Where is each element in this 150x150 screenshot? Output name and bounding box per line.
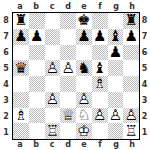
- black-piece-glyph: ♛: [14, 61, 27, 76]
- white-piece-outline: ♙: [46, 61, 59, 76]
- square-c8[interactable]: [45, 13, 61, 29]
- square-f8[interactable]: [92, 13, 108, 29]
- white-piece-outline: ♗: [93, 76, 106, 91]
- rank-label: 5: [139, 60, 150, 76]
- black-piece-glyph: ♞: [77, 61, 90, 76]
- square-g5[interactable]: [108, 60, 124, 76]
- rank-label: 7: [0, 28, 12, 44]
- square-e1[interactable]: ♚♔: [76, 123, 92, 139]
- square-c1[interactable]: ♜♖: [45, 123, 61, 139]
- rank-label: 8: [139, 12, 150, 28]
- white-piece-outline: ♖: [124, 124, 137, 139]
- piece-white-queen: ♛♕: [60, 108, 76, 124]
- square-c2[interactable]: [45, 108, 61, 124]
- rank-label: 3: [0, 92, 12, 108]
- square-d7[interactable]: [60, 29, 76, 45]
- rank-label: 6: [139, 44, 150, 60]
- white-piece-outline: ♙: [46, 92, 59, 107]
- file-label: b: [28, 139, 44, 150]
- square-b5[interactable]: [29, 60, 45, 76]
- rank-labels-right: 87654321: [139, 12, 150, 140]
- file-label: a: [12, 0, 28, 12]
- square-b7[interactable]: ♟: [29, 29, 45, 45]
- piece-black-knight: ♞: [76, 60, 92, 76]
- piece-white-knight: ♞♘: [76, 108, 92, 124]
- square-a8[interactable]: ♜: [13, 13, 29, 29]
- square-d1[interactable]: [60, 123, 76, 139]
- square-f7[interactable]: ♟: [92, 29, 108, 45]
- white-piece-outline: ♗: [14, 108, 27, 123]
- piece-white-bishop: ♝♗: [92, 76, 108, 92]
- rank-label: 1: [139, 124, 150, 140]
- square-h2[interactable]: ♟♙: [123, 108, 139, 124]
- rank-label: 3: [139, 92, 150, 108]
- file-label: d: [60, 0, 76, 12]
- square-d8[interactable]: [60, 13, 76, 29]
- black-piece-glyph: ♟: [14, 29, 27, 44]
- white-piece-outline: ♘: [77, 108, 90, 123]
- square-h8[interactable]: ♜: [123, 13, 139, 29]
- black-piece-glyph: ♟: [124, 29, 137, 44]
- file-label: c: [44, 139, 60, 150]
- square-g6[interactable]: ♟: [108, 45, 124, 61]
- piece-white-pawn: ♟♙: [45, 92, 61, 108]
- square-f4[interactable]: ♝♗: [92, 76, 108, 92]
- square-g2[interactable]: ♟♙: [108, 108, 124, 124]
- square-e8[interactable]: ♚: [76, 13, 92, 29]
- piece-white-bishop: ♝♗: [13, 108, 29, 124]
- white-piece-outline: ♕: [61, 108, 74, 123]
- square-f2[interactable]: ♟♙: [92, 108, 108, 124]
- piece-white-pawn: ♟♙: [60, 60, 76, 76]
- piece-white-rook: ♜♖: [45, 123, 61, 139]
- file-label: f: [92, 0, 108, 12]
- file-label: g: [108, 0, 124, 12]
- black-piece-glyph: ♟: [30, 29, 43, 44]
- piece-black-king: ♚: [76, 13, 92, 29]
- rank-label: 2: [139, 108, 150, 124]
- square-b8[interactable]: [29, 13, 45, 29]
- white-piece-outline: ♙: [61, 61, 74, 76]
- piece-white-pawn: ♟♙: [108, 108, 124, 124]
- piece-black-pawn: ♟: [13, 29, 29, 45]
- square-b6[interactable]: [29, 45, 45, 61]
- square-b1[interactable]: [29, 123, 45, 139]
- piece-white-king: ♚♔: [76, 123, 92, 139]
- square-c4[interactable]: [45, 76, 61, 92]
- rank-label: 1: [0, 124, 12, 140]
- chess-diagram: abcdefgh abcdefgh 87654321 87654321 ♜♚♜♟…: [0, 0, 150, 150]
- rank-label: 7: [139, 28, 150, 44]
- rank-label: 4: [0, 76, 12, 92]
- white-piece-outline: ♖: [46, 124, 59, 139]
- rank-label: 2: [0, 108, 12, 124]
- square-d5[interactable]: ♟♙: [60, 60, 76, 76]
- square-g7[interactable]: ♝: [108, 29, 124, 45]
- rank-label: 5: [0, 60, 12, 76]
- square-d4[interactable]: [60, 76, 76, 92]
- square-e6[interactable]: [76, 45, 92, 61]
- black-piece-glyph: ♟: [109, 45, 122, 60]
- square-c3[interactable]: ♟♙: [45, 92, 61, 108]
- white-piece-outline: ♙: [93, 108, 106, 123]
- piece-white-pawn: ♟♙: [123, 108, 139, 124]
- black-piece-glyph: ♜: [14, 13, 27, 28]
- white-piece-outline: ♔: [77, 124, 90, 139]
- piece-black-queen: ♛: [13, 60, 29, 76]
- square-c7[interactable]: [45, 29, 61, 45]
- file-label: a: [12, 139, 28, 150]
- square-a1[interactable]: [13, 123, 29, 139]
- white-piece-outline: ♙: [109, 108, 122, 123]
- square-e3[interactable]: ♟♙: [76, 92, 92, 108]
- square-f6[interactable]: [92, 45, 108, 61]
- square-a2[interactable]: ♝♗: [13, 108, 29, 124]
- square-b3[interactable]: [29, 92, 45, 108]
- square-a4[interactable]: [13, 76, 29, 92]
- square-d2[interactable]: ♛♕: [60, 108, 76, 124]
- black-piece-glyph: ♟: [93, 29, 106, 44]
- square-b2[interactable]: [29, 108, 45, 124]
- square-e5[interactable]: ♞: [76, 60, 92, 76]
- square-a7[interactable]: ♟: [13, 29, 29, 45]
- file-label: d: [60, 139, 76, 150]
- rank-label: 8: [0, 12, 12, 28]
- square-e2[interactable]: ♞♘: [76, 108, 92, 124]
- square-g8[interactable]: [108, 13, 124, 29]
- square-c6[interactable]: [45, 45, 61, 61]
- square-e7[interactable]: ♟: [76, 29, 92, 45]
- square-h4[interactable]: [123, 76, 139, 92]
- square-a5[interactable]: ♛: [13, 60, 29, 76]
- black-piece-glyph: ♝: [109, 29, 122, 44]
- piece-white-pawn: ♟♙: [45, 60, 61, 76]
- white-piece-outline: ♙: [124, 108, 137, 123]
- file-label: b: [28, 0, 44, 12]
- piece-black-pawn: ♟: [29, 29, 45, 45]
- piece-white-rook: ♜♖: [123, 123, 139, 139]
- file-label: e: [76, 0, 92, 12]
- square-g4[interactable]: [108, 76, 124, 92]
- square-f5[interactable]: ♝: [92, 60, 108, 76]
- file-labels-bottom: abcdefgh: [12, 139, 140, 150]
- square-c5[interactable]: ♟♙: [45, 60, 61, 76]
- piece-black-pawn: ♟: [108, 45, 124, 61]
- file-label: h: [124, 139, 140, 150]
- file-label: h: [124, 0, 140, 12]
- rank-label: 4: [139, 76, 150, 92]
- rank-labels-left: 87654321: [0, 12, 12, 140]
- piece-black-rook: ♜: [123, 13, 139, 29]
- square-d3[interactable]: [60, 92, 76, 108]
- square-h5[interactable]: [123, 60, 139, 76]
- piece-white-pawn: ♟♙: [92, 108, 108, 124]
- square-a3[interactable]: [13, 92, 29, 108]
- square-f3[interactable]: [92, 92, 108, 108]
- square-h7[interactable]: ♟: [123, 29, 139, 45]
- square-g1[interactable]: [108, 123, 124, 139]
- square-f1[interactable]: [92, 123, 108, 139]
- piece-white-pawn: ♟♙: [76, 92, 92, 108]
- rank-label: 6: [0, 44, 12, 60]
- square-e4[interactable]: [76, 76, 92, 92]
- file-label: e: [76, 139, 92, 150]
- file-label: f: [92, 139, 108, 150]
- piece-black-pawn: ♟: [92, 29, 108, 45]
- square-h3[interactable]: [123, 92, 139, 108]
- file-labels-top: abcdefgh: [12, 0, 140, 12]
- chess-board: ♜♚♜♟♟♟♟♝♟♟♛♟♙♟♙♞♝♝♗♟♙♟♙♝♗♛♕♞♘♟♙♟♙♟♙♜♖♚♔♜…: [12, 12, 140, 140]
- file-label: c: [44, 0, 60, 12]
- piece-black-rook: ♜: [13, 13, 29, 29]
- file-label: g: [108, 139, 124, 150]
- black-piece-glyph: ♝: [93, 61, 106, 76]
- black-piece-glyph: ♟: [77, 29, 90, 44]
- square-b4[interactable]: [29, 76, 45, 92]
- piece-black-pawn: ♟: [76, 29, 92, 45]
- square-h1[interactable]: ♜♖: [123, 123, 139, 139]
- white-piece-outline: ♙: [77, 92, 90, 107]
- square-h6[interactable]: [123, 45, 139, 61]
- black-piece-glyph: ♚: [77, 13, 90, 28]
- square-g3[interactable]: [108, 92, 124, 108]
- piece-black-bishop: ♝: [92, 60, 108, 76]
- square-a6[interactable]: [13, 45, 29, 61]
- piece-black-pawn: ♟: [123, 29, 139, 45]
- piece-black-bishop: ♝: [108, 29, 124, 45]
- black-piece-glyph: ♜: [124, 13, 137, 28]
- square-d6[interactable]: [60, 45, 76, 61]
